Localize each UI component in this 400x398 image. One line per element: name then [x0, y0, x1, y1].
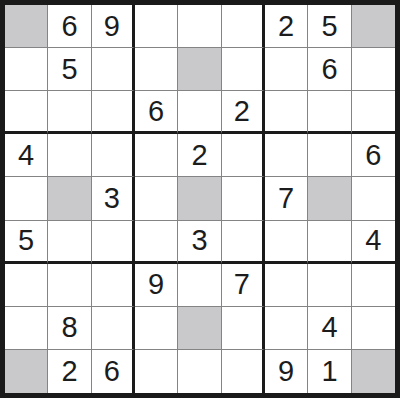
cell-r5c6[interactable]	[222, 177, 265, 220]
cell-r7c6[interactable]: 7	[222, 264, 265, 307]
cell-r2c2[interactable]: 5	[48, 48, 91, 91]
cell-r9c5[interactable]	[178, 350, 221, 393]
cell-r1c2[interactable]: 6	[48, 5, 91, 48]
cell-r2c5[interactable]	[178, 48, 221, 91]
cell-r8c6[interactable]	[222, 307, 265, 350]
cell-r1c9[interactable]	[352, 5, 395, 48]
cell-r9c3[interactable]: 6	[92, 350, 135, 393]
cell-r8c9[interactable]	[352, 307, 395, 350]
cell-r3c4[interactable]: 6	[135, 91, 178, 134]
cell-r8c5[interactable]	[178, 307, 221, 350]
cell-r3c5[interactable]	[178, 91, 221, 134]
cell-r2c8[interactable]: 6	[308, 48, 351, 91]
cell-r3c6[interactable]: 2	[222, 91, 265, 134]
cell-r7c1[interactable]	[5, 264, 48, 307]
cell-r8c3[interactable]	[92, 307, 135, 350]
cell-r4c6[interactable]	[222, 134, 265, 177]
cell-r4c9[interactable]: 6	[352, 134, 395, 177]
cell-r1c1[interactable]	[5, 5, 48, 48]
cell-r6c3[interactable]	[92, 221, 135, 264]
cell-r3c7[interactable]	[265, 91, 308, 134]
cell-r4c5[interactable]: 2	[178, 134, 221, 177]
cell-r9c6[interactable]	[222, 350, 265, 393]
cell-r6c2[interactable]	[48, 221, 91, 264]
cell-r9c4[interactable]	[135, 350, 178, 393]
cell-r5c1[interactable]	[5, 177, 48, 220]
cell-r5c7[interactable]: 7	[265, 177, 308, 220]
cell-r5c3[interactable]: 3	[92, 177, 135, 220]
cell-r6c8[interactable]	[308, 221, 351, 264]
cell-r9c9[interactable]	[352, 350, 395, 393]
cell-r8c7[interactable]	[265, 307, 308, 350]
cell-r7c8[interactable]	[308, 264, 351, 307]
cell-r9c7[interactable]: 9	[265, 350, 308, 393]
cell-r2c3[interactable]	[92, 48, 135, 91]
cell-r8c4[interactable]	[135, 307, 178, 350]
cell-r4c2[interactable]	[48, 134, 91, 177]
cell-r1c6[interactable]	[222, 5, 265, 48]
cell-r5c4[interactable]	[135, 177, 178, 220]
cell-r8c2[interactable]: 8	[48, 307, 91, 350]
cell-r5c5[interactable]	[178, 177, 221, 220]
cell-r6c4[interactable]	[135, 221, 178, 264]
cell-r3c1[interactable]	[5, 91, 48, 134]
cell-r7c2[interactable]	[48, 264, 91, 307]
cell-r2c7[interactable]	[265, 48, 308, 91]
cell-r4c7[interactable]	[265, 134, 308, 177]
cell-r2c9[interactable]	[352, 48, 395, 91]
cell-r4c1[interactable]: 4	[5, 134, 48, 177]
cell-r3c8[interactable]	[308, 91, 351, 134]
cell-r4c4[interactable]	[135, 134, 178, 177]
cell-r6c1[interactable]: 5	[5, 221, 48, 264]
cell-r5c9[interactable]	[352, 177, 395, 220]
cell-r3c2[interactable]	[48, 91, 91, 134]
cell-r2c1[interactable]	[5, 48, 48, 91]
cell-r5c2[interactable]	[48, 177, 91, 220]
cell-r9c8[interactable]: 1	[308, 350, 351, 393]
cell-r6c6[interactable]	[222, 221, 265, 264]
cell-r8c8[interactable]: 4	[308, 307, 351, 350]
cell-r7c5[interactable]	[178, 264, 221, 307]
cell-r9c2[interactable]: 2	[48, 350, 91, 393]
cell-r3c3[interactable]	[92, 91, 135, 134]
cell-r1c8[interactable]: 5	[308, 5, 351, 48]
cell-r9c1[interactable]	[5, 350, 48, 393]
cell-r6c5[interactable]: 3	[178, 221, 221, 264]
cell-r6c9[interactable]: 4	[352, 221, 395, 264]
cell-r7c3[interactable]	[92, 264, 135, 307]
sudoku-board: 692556624263753497842691	[0, 0, 400, 398]
cell-r4c8[interactable]	[308, 134, 351, 177]
cell-r1c3[interactable]: 9	[92, 5, 135, 48]
cell-r1c5[interactable]	[178, 5, 221, 48]
cell-r1c4[interactable]	[135, 5, 178, 48]
cell-r2c4[interactable]	[135, 48, 178, 91]
cell-r8c1[interactable]	[5, 307, 48, 350]
cell-r1c7[interactable]: 2	[265, 5, 308, 48]
cell-r5c8[interactable]	[308, 177, 351, 220]
cell-r7c9[interactable]	[352, 264, 395, 307]
cell-r4c3[interactable]	[92, 134, 135, 177]
cell-r7c4[interactable]: 9	[135, 264, 178, 307]
cell-r7c7[interactable]	[265, 264, 308, 307]
cell-r2c6[interactable]	[222, 48, 265, 91]
cell-r3c9[interactable]	[352, 91, 395, 134]
cell-r6c7[interactable]	[265, 221, 308, 264]
